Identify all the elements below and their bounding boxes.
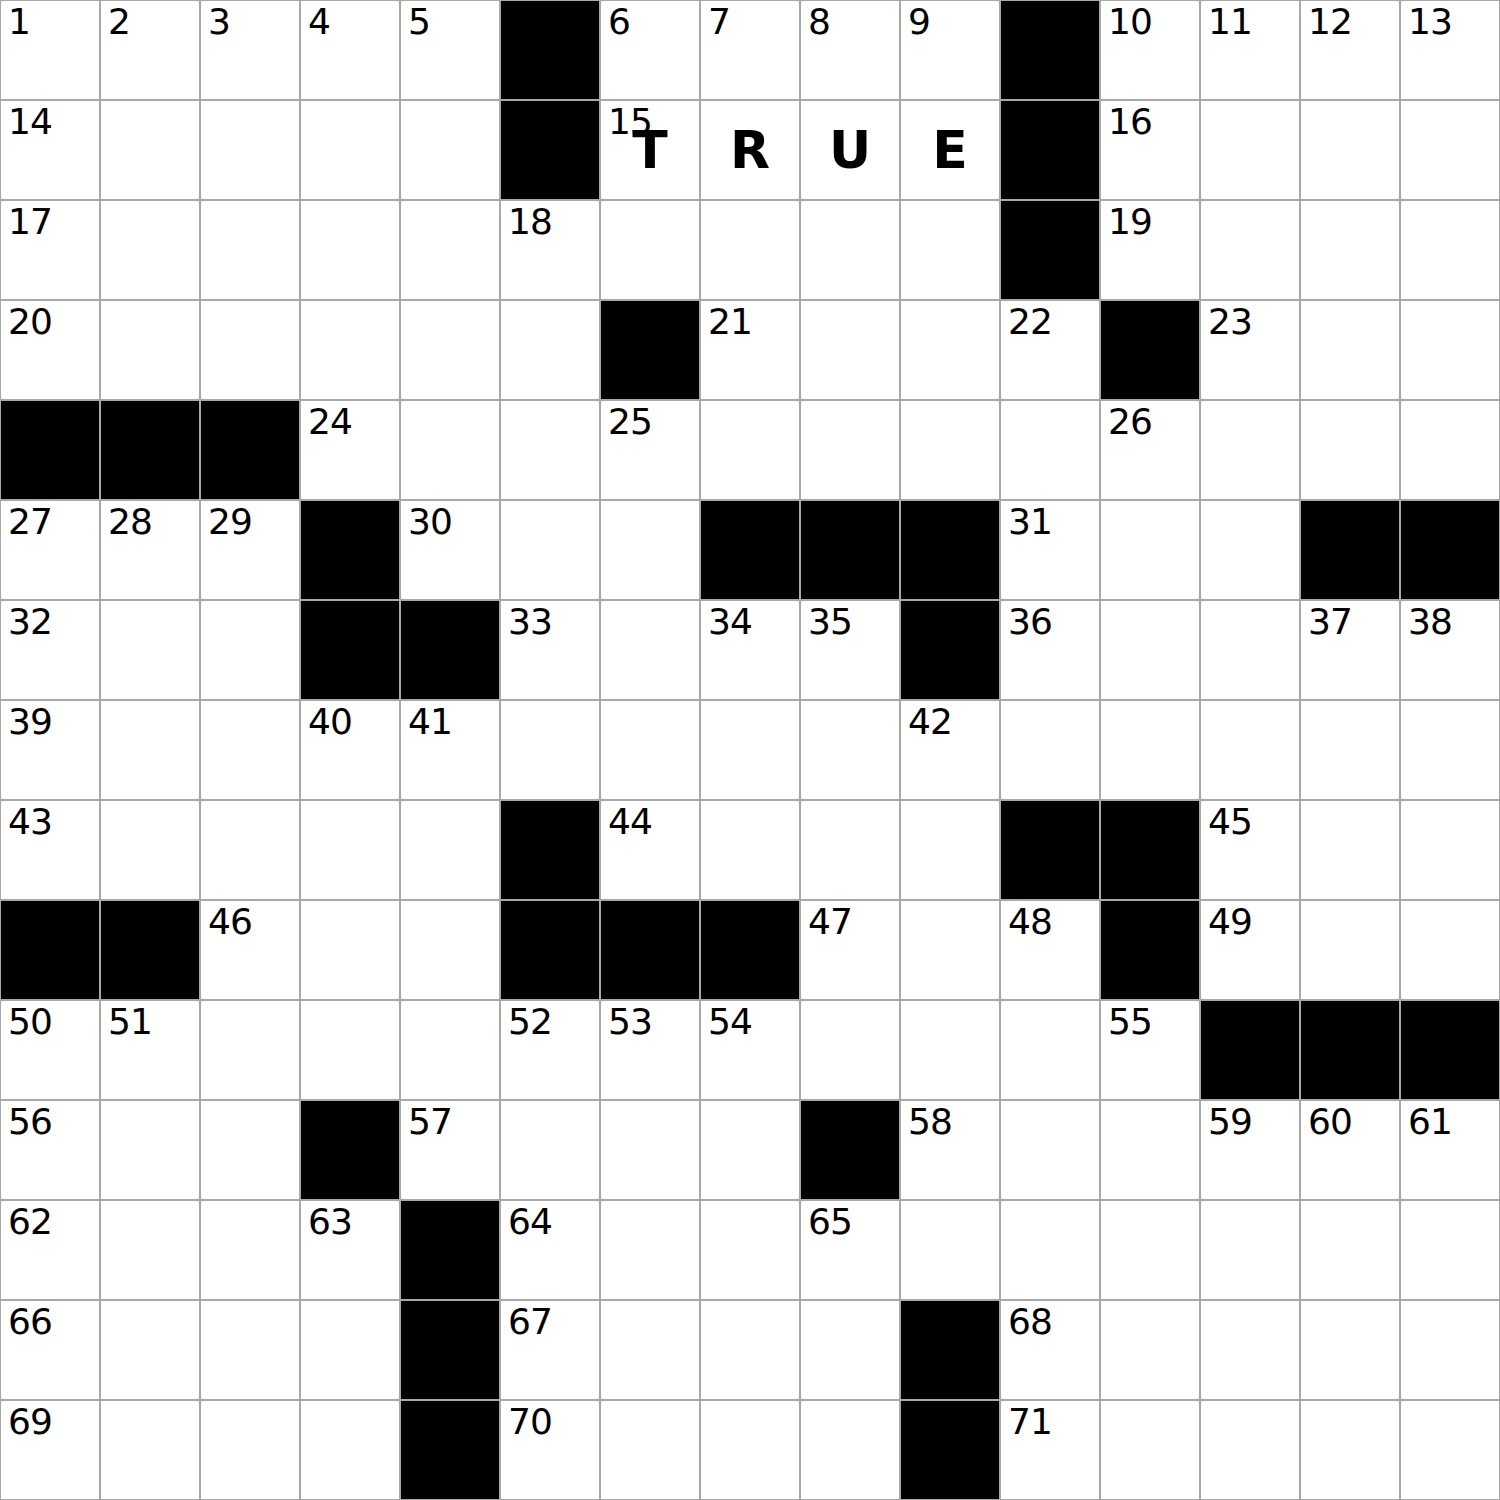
- black-cell-r9-c11: [1101, 901, 1199, 999]
- white-cell-r11-c13[interactable]: 60: [1301, 1101, 1399, 1199]
- black-cell-r5-c9: [901, 501, 999, 599]
- white-cell-r13-c0[interactable]: 66: [1, 1301, 99, 1399]
- cell-letter: U: [801, 101, 899, 199]
- white-cell-r9-c13[interactable]: [1301, 901, 1399, 999]
- black-cell-r9-c0: [1, 901, 99, 999]
- white-cell-r13-c1[interactable]: [101, 1301, 199, 1399]
- white-cell-r10-c8[interactable]: [801, 1001, 899, 1099]
- white-cell-r12-c6[interactable]: [601, 1201, 699, 1299]
- black-cell-r6-c4: [401, 601, 499, 699]
- white-cell-r6-c5[interactable]: 33: [501, 601, 599, 699]
- white-cell-r2-c9[interactable]: [901, 201, 999, 299]
- white-cell-r14-c6[interactable]: [601, 1401, 699, 1499]
- black-cell-r10-c13: [1301, 1001, 1399, 1099]
- white-cell-r12-c7[interactable]: [701, 1201, 799, 1299]
- black-cell-r14-c4: [401, 1401, 499, 1499]
- clue-number: 6: [608, 3, 630, 41]
- clue-number: 36: [1008, 603, 1052, 641]
- white-cell-r4-c14[interactable]: [1401, 401, 1499, 499]
- clue-number: 23: [1208, 303, 1252, 341]
- white-cell-r1-c4[interactable]: [401, 101, 499, 199]
- white-cell-r4-c7[interactable]: [701, 401, 799, 499]
- white-cell-r6-c2[interactable]: [201, 601, 299, 699]
- clue-number: 38: [1408, 603, 1452, 641]
- white-cell-r9-c8[interactable]: 47: [801, 901, 899, 999]
- clue-number: 48: [1008, 903, 1052, 941]
- white-cell-r0-c0[interactable]: 1: [1, 1, 99, 99]
- black-cell-r11-c3: [301, 1101, 399, 1199]
- clue-number: 41: [408, 703, 452, 741]
- clue-number: 30: [408, 503, 452, 541]
- black-cell-r9-c7: [701, 901, 799, 999]
- white-cell-r7-c8[interactable]: [801, 701, 899, 799]
- clue-number: 71: [1008, 1403, 1052, 1441]
- black-cell-r9-c6: [601, 901, 699, 999]
- white-cell-r8-c4[interactable]: [401, 801, 499, 899]
- white-cell-r10-c0[interactable]: 50: [1, 1001, 99, 1099]
- white-cell-r6-c1[interactable]: [101, 601, 199, 699]
- clue-number: 57: [408, 1103, 452, 1141]
- black-cell-r3-c6: [601, 301, 699, 399]
- white-cell-r3-c14[interactable]: [1401, 301, 1499, 399]
- white-cell-r14-c3[interactable]: [301, 1401, 399, 1499]
- white-cell-r12-c10[interactable]: [1001, 1201, 1099, 1299]
- clue-number: 21: [708, 303, 752, 341]
- white-cell-r14-c10[interactable]: 71: [1001, 1401, 1099, 1499]
- black-cell-r12-c4: [401, 1201, 499, 1299]
- white-cell-r4-c10[interactable]: [1001, 401, 1099, 499]
- white-cell-r8-c3[interactable]: [301, 801, 399, 899]
- white-cell-r13-c8[interactable]: [801, 1301, 899, 1399]
- white-cell-r3-c9[interactable]: [901, 301, 999, 399]
- clue-number: 19: [1108, 203, 1152, 241]
- white-cell-r7-c1[interactable]: [101, 701, 199, 799]
- white-cell-r10-c7[interactable]: 54: [701, 1001, 799, 1099]
- clue-number: 18: [508, 203, 552, 241]
- clue-number: 9: [908, 3, 930, 41]
- white-cell-r3-c10[interactable]: 22: [1001, 301, 1099, 399]
- black-cell-r9-c1: [101, 901, 199, 999]
- white-cell-r7-c4[interactable]: 41: [401, 701, 499, 799]
- white-cell-r13-c5[interactable]: 67: [501, 1301, 599, 1399]
- black-cell-r1-c10: [1001, 101, 1099, 199]
- white-cell-r3-c7[interactable]: 21: [701, 301, 799, 399]
- white-cell-r6-c12[interactable]: [1201, 601, 1299, 699]
- clue-number: 28: [108, 503, 152, 541]
- white-cell-r12-c11[interactable]: [1101, 1201, 1199, 1299]
- clue-number: 51: [108, 1003, 152, 1041]
- crossword-board: 123456789101112131415TRUE161718192021222…: [0, 0, 1500, 1500]
- white-cell-r9-c4[interactable]: [401, 901, 499, 999]
- white-cell-r13-c14[interactable]: [1401, 1301, 1499, 1399]
- white-cell-r5-c11[interactable]: [1101, 501, 1199, 599]
- black-cell-r4-c0: [1, 401, 99, 499]
- white-cell-r7-c7[interactable]: [701, 701, 799, 799]
- white-cell-r3-c2[interactable]: [201, 301, 299, 399]
- clue-number: 1: [8, 3, 30, 41]
- white-cell-r4-c5[interactable]: [501, 401, 599, 499]
- white-cell-r7-c6[interactable]: [601, 701, 699, 799]
- clue-number: 31: [1008, 503, 1052, 541]
- white-cell-r13-c11[interactable]: [1101, 1301, 1199, 1399]
- cell-letter: R: [701, 101, 799, 199]
- white-cell-r11-c14[interactable]: 61: [1401, 1101, 1499, 1199]
- clue-number: 70: [508, 1403, 552, 1441]
- white-cell-r2-c0[interactable]: 17: [1, 201, 99, 299]
- white-cell-r1-c8[interactable]: U: [801, 101, 899, 199]
- black-cell-r5-c14: [1401, 501, 1499, 599]
- white-cell-r1-c7[interactable]: R: [701, 101, 799, 199]
- white-cell-r9-c12[interactable]: 49: [1201, 901, 1299, 999]
- black-cell-r8-c5: [501, 801, 599, 899]
- clue-number: 40: [308, 703, 352, 741]
- white-cell-r6-c8[interactable]: 35: [801, 601, 899, 699]
- clue-number: 14: [8, 103, 52, 141]
- white-cell-r14-c2[interactable]: [201, 1401, 299, 1499]
- white-cell-r12-c0[interactable]: 62: [1, 1201, 99, 1299]
- black-cell-r5-c3: [301, 501, 399, 599]
- white-cell-r0-c11[interactable]: 10: [1101, 1, 1199, 99]
- white-cell-r14-c5[interactable]: 70: [501, 1401, 599, 1499]
- clue-number: 3: [208, 3, 230, 41]
- white-cell-r10-c9[interactable]: [901, 1001, 999, 1099]
- white-cell-r5-c1[interactable]: 28: [101, 501, 199, 599]
- white-cell-r2-c2[interactable]: [201, 201, 299, 299]
- clue-number: 26: [1108, 403, 1152, 441]
- clue-number: 12: [1308, 3, 1352, 41]
- clue-number: 63: [308, 1203, 352, 1241]
- white-cell-r12-c2[interactable]: [201, 1201, 299, 1299]
- clue-number: 5: [408, 3, 430, 41]
- clue-number: 49: [1208, 903, 1252, 941]
- white-cell-r13-c2[interactable]: [201, 1301, 299, 1399]
- white-cell-r4-c8[interactable]: [801, 401, 899, 499]
- white-cell-r11-c1[interactable]: [101, 1101, 199, 1199]
- white-cell-r7-c9[interactable]: 42: [901, 701, 999, 799]
- white-cell-r11-c2[interactable]: [201, 1101, 299, 1199]
- black-cell-r9-c5: [501, 901, 599, 999]
- white-cell-r11-c12[interactable]: 59: [1201, 1101, 1299, 1199]
- white-cell-r8-c7[interactable]: [701, 801, 799, 899]
- white-cell-r2-c4[interactable]: [401, 201, 499, 299]
- white-cell-r11-c11[interactable]: [1101, 1101, 1199, 1199]
- clue-number: 39: [8, 703, 52, 741]
- white-cell-r10-c3[interactable]: [301, 1001, 399, 1099]
- black-cell-r3-c11: [1101, 301, 1199, 399]
- clue-number: 10: [1108, 3, 1152, 41]
- white-cell-r2-c14[interactable]: [1401, 201, 1499, 299]
- white-cell-r0-c7[interactable]: 7: [701, 1, 799, 99]
- clue-number: 4: [308, 3, 330, 41]
- white-cell-r14-c8[interactable]: [801, 1401, 899, 1499]
- white-cell-r0-c6[interactable]: 6: [601, 1, 699, 99]
- clue-number: 64: [508, 1203, 552, 1241]
- clue-number: 68: [1008, 1303, 1052, 1341]
- white-cell-r5-c5[interactable]: [501, 501, 599, 599]
- black-cell-r5-c8: [801, 501, 899, 599]
- black-cell-r4-c1: [101, 401, 199, 499]
- white-cell-r7-c14[interactable]: [1401, 701, 1499, 799]
- white-cell-r9-c9[interactable]: [901, 901, 999, 999]
- white-cell-r14-c0[interactable]: 69: [1, 1401, 99, 1499]
- white-cell-r11-c9[interactable]: 58: [901, 1101, 999, 1199]
- black-cell-r4-c2: [201, 401, 299, 499]
- white-cell-r14-c13[interactable]: [1301, 1401, 1399, 1499]
- black-cell-r10-c14: [1401, 1001, 1499, 1099]
- white-cell-r1-c0[interactable]: 14: [1, 101, 99, 199]
- clue-number: 25: [608, 403, 652, 441]
- clue-number: 67: [508, 1303, 552, 1341]
- clue-number: 29: [208, 503, 252, 541]
- white-cell-r3-c1[interactable]: [101, 301, 199, 399]
- white-cell-r1-c2[interactable]: [201, 101, 299, 199]
- white-cell-r7-c5[interactable]: [501, 701, 599, 799]
- white-cell-r13-c10[interactable]: 68: [1001, 1301, 1099, 1399]
- black-cell-r11-c8: [801, 1101, 899, 1199]
- white-cell-r3-c5[interactable]: [501, 301, 599, 399]
- clue-number: 22: [1008, 303, 1052, 341]
- clue-number: 60: [1308, 1103, 1352, 1141]
- white-cell-r10-c4[interactable]: [401, 1001, 499, 1099]
- clue-number: 2: [108, 3, 130, 41]
- white-cell-r2-c3[interactable]: [301, 201, 399, 299]
- white-cell-r14-c11[interactable]: [1101, 1401, 1199, 1499]
- clue-number: 56: [8, 1103, 52, 1141]
- white-cell-r12-c13[interactable]: [1301, 1201, 1399, 1299]
- white-cell-r9-c14[interactable]: [1401, 901, 1499, 999]
- white-cell-r13-c7[interactable]: [701, 1301, 799, 1399]
- white-cell-r14-c14[interactable]: [1401, 1401, 1499, 1499]
- clue-number: 52: [508, 1003, 552, 1041]
- clue-number: 53: [608, 1003, 652, 1041]
- white-cell-r4-c9[interactable]: [901, 401, 999, 499]
- black-cell-r14-c9: [901, 1401, 999, 1499]
- white-cell-r13-c6[interactable]: [601, 1301, 699, 1399]
- white-cell-r5-c4[interactable]: 30: [401, 501, 499, 599]
- clue-number: 55: [1108, 1003, 1152, 1041]
- white-cell-r2-c7[interactable]: [701, 201, 799, 299]
- white-cell-r14-c7[interactable]: [701, 1401, 799, 1499]
- clue-number: 27: [8, 503, 52, 541]
- white-cell-r8-c13[interactable]: [1301, 801, 1399, 899]
- white-cell-r10-c11[interactable]: 55: [1101, 1001, 1199, 1099]
- clue-number: 62: [8, 1203, 52, 1241]
- clue-number: 46: [208, 903, 252, 941]
- white-cell-r8-c1[interactable]: [101, 801, 199, 899]
- white-cell-r2-c1[interactable]: [101, 201, 199, 299]
- clue-number: 66: [8, 1303, 52, 1341]
- white-cell-r8-c14[interactable]: [1401, 801, 1499, 899]
- clue-number: 24: [308, 403, 352, 441]
- clue-number: 13: [1408, 3, 1452, 41]
- clue-number: 59: [1208, 1103, 1252, 1141]
- white-cell-r12-c5[interactable]: 64: [501, 1201, 599, 1299]
- white-cell-r0-c4[interactable]: 5: [401, 1, 499, 99]
- white-cell-r0-c3[interactable]: 4: [301, 1, 399, 99]
- black-cell-r13-c9: [901, 1301, 999, 1399]
- white-cell-r14-c12[interactable]: [1201, 1401, 1299, 1499]
- clue-number: 16: [1108, 103, 1152, 141]
- white-cell-r7-c10[interactable]: [1001, 701, 1099, 799]
- white-cell-r0-c12[interactable]: 11: [1201, 1, 1299, 99]
- white-cell-r11-c4[interactable]: 57: [401, 1101, 499, 1199]
- white-cell-r0-c14[interactable]: 13: [1401, 1, 1499, 99]
- clue-number: 32: [8, 603, 52, 641]
- white-cell-r8-c9[interactable]: [901, 801, 999, 899]
- white-cell-r11-c5[interactable]: [501, 1101, 599, 1199]
- white-cell-r2-c8[interactable]: [801, 201, 899, 299]
- white-cell-r2-c12[interactable]: [1201, 201, 1299, 299]
- clue-number: 11: [1208, 3, 1252, 41]
- white-cell-r3-c8[interactable]: [801, 301, 899, 399]
- clue-number: 69: [8, 1403, 52, 1441]
- white-cell-r7-c3[interactable]: 40: [301, 701, 399, 799]
- black-cell-r13-c4: [401, 1301, 499, 1399]
- white-cell-r4-c6[interactable]: 25: [601, 401, 699, 499]
- clue-number: 54: [708, 1003, 752, 1041]
- white-cell-r5-c12[interactable]: [1201, 501, 1299, 599]
- white-cell-r3-c0[interactable]: 20: [1, 301, 99, 399]
- white-cell-r6-c7[interactable]: 34: [701, 601, 799, 699]
- clue-number: 17: [8, 203, 52, 241]
- white-cell-r1-c1[interactable]: [101, 101, 199, 199]
- white-cell-r3-c3[interactable]: [301, 301, 399, 399]
- white-cell-r6-c6[interactable]: [601, 601, 699, 699]
- black-cell-r0-c10: [1001, 1, 1099, 99]
- white-cell-r14-c1[interactable]: [101, 1401, 199, 1499]
- cell-letter: E: [901, 101, 999, 199]
- white-cell-r7-c2[interactable]: [201, 701, 299, 799]
- white-cell-r6-c11[interactable]: [1101, 601, 1199, 699]
- white-cell-r4-c11[interactable]: 26: [1101, 401, 1199, 499]
- white-cell-r10-c6[interactable]: 53: [601, 1001, 699, 1099]
- white-cell-r9-c3[interactable]: [301, 901, 399, 999]
- black-cell-r5-c13: [1301, 501, 1399, 599]
- white-cell-r8-c12[interactable]: 45: [1201, 801, 1299, 899]
- white-cell-r4-c13[interactable]: [1301, 401, 1399, 499]
- white-cell-r1-c6[interactable]: 15T: [601, 101, 699, 199]
- white-cell-r1-c14[interactable]: [1401, 101, 1499, 199]
- white-cell-r7-c12[interactable]: [1201, 701, 1299, 799]
- clue-number: 61: [1408, 1103, 1452, 1141]
- white-cell-r5-c0[interactable]: 27: [1, 501, 99, 599]
- white-cell-r13-c13[interactable]: [1301, 1301, 1399, 1399]
- white-cell-r0-c1[interactable]: 2: [101, 1, 199, 99]
- black-cell-r6-c9: [901, 601, 999, 699]
- white-cell-r13-c3[interactable]: [301, 1301, 399, 1399]
- black-cell-r8-c10: [1001, 801, 1099, 899]
- white-cell-r6-c14[interactable]: 38: [1401, 601, 1499, 699]
- black-cell-r8-c11: [1101, 801, 1199, 899]
- white-cell-r11-c7[interactable]: [701, 1101, 799, 1199]
- white-cell-r2-c11[interactable]: 19: [1101, 201, 1199, 299]
- white-cell-r2-c5[interactable]: 18: [501, 201, 599, 299]
- clue-number: 33: [508, 603, 552, 641]
- clue-number: 43: [8, 803, 52, 841]
- clue-number: 8: [808, 3, 830, 41]
- white-cell-r12-c8[interactable]: 65: [801, 1201, 899, 1299]
- white-cell-r10-c1[interactable]: 51: [101, 1001, 199, 1099]
- cell-letter: T: [601, 101, 699, 199]
- white-cell-r5-c10[interactable]: 31: [1001, 501, 1099, 599]
- white-cell-r8-c6[interactable]: 44: [601, 801, 699, 899]
- white-cell-r5-c6[interactable]: [601, 501, 699, 599]
- white-cell-r3-c13[interactable]: [1301, 301, 1399, 399]
- black-cell-r10-c12: [1201, 1001, 1299, 1099]
- clue-number: 45: [1208, 803, 1252, 841]
- white-cell-r8-c2[interactable]: [201, 801, 299, 899]
- white-cell-r4-c4[interactable]: [401, 401, 499, 499]
- white-cell-r4-c3[interactable]: 24: [301, 401, 399, 499]
- black-cell-r6-c3: [301, 601, 399, 699]
- white-cell-r8-c8[interactable]: [801, 801, 899, 899]
- white-cell-r7-c0[interactable]: 39: [1, 701, 99, 799]
- black-cell-r2-c10: [1001, 201, 1099, 299]
- white-cell-r12-c1[interactable]: [101, 1201, 199, 1299]
- white-cell-r9-c2[interactable]: 46: [201, 901, 299, 999]
- white-cell-r9-c10[interactable]: 48: [1001, 901, 1099, 999]
- white-cell-r3-c4[interactable]: [401, 301, 499, 399]
- clue-number: 65: [808, 1203, 852, 1241]
- white-cell-r1-c12[interactable]: [1201, 101, 1299, 199]
- clue-number: 44: [608, 803, 652, 841]
- clue-number: 42: [908, 703, 952, 741]
- white-cell-r12-c9[interactable]: [901, 1201, 999, 1299]
- white-cell-r7-c13[interactable]: [1301, 701, 1399, 799]
- white-cell-r2-c6[interactable]: [601, 201, 699, 299]
- white-cell-r3-c12[interactable]: 23: [1201, 301, 1299, 399]
- white-cell-r4-c12[interactable]: [1201, 401, 1299, 499]
- black-cell-r1-c5: [501, 101, 599, 199]
- white-cell-r1-c3[interactable]: [301, 101, 399, 199]
- white-cell-r0-c8[interactable]: 8: [801, 1, 899, 99]
- white-cell-r10-c5[interactable]: 52: [501, 1001, 599, 1099]
- clue-number: 37: [1308, 603, 1352, 641]
- clue-number: 58: [908, 1103, 952, 1141]
- clue-number: 20: [8, 303, 52, 341]
- white-cell-r2-c13[interactable]: [1301, 201, 1399, 299]
- white-cell-r6-c13[interactable]: 37: [1301, 601, 1399, 699]
- white-cell-r0-c9[interactable]: 9: [901, 1, 999, 99]
- clue-number: 7: [708, 3, 730, 41]
- white-cell-r11-c0[interactable]: 56: [1, 1101, 99, 1199]
- white-cell-r0-c2[interactable]: 3: [201, 1, 299, 99]
- clue-number: 34: [708, 603, 752, 641]
- white-cell-r13-c12[interactable]: [1201, 1301, 1299, 1399]
- white-cell-r10-c10[interactable]: [1001, 1001, 1099, 1099]
- white-cell-r0-c13[interactable]: 12: [1301, 1, 1399, 99]
- white-cell-r1-c9[interactable]: E: [901, 101, 999, 199]
- white-cell-r1-c11[interactable]: 16: [1101, 101, 1199, 199]
- white-cell-r5-c2[interactable]: 29: [201, 501, 299, 599]
- white-cell-r11-c10[interactable]: [1001, 1101, 1099, 1199]
- white-cell-r6-c0[interactable]: 32: [1, 601, 99, 699]
- white-cell-r7-c11[interactable]: [1101, 701, 1199, 799]
- clue-number: 47: [808, 903, 852, 941]
- white-cell-r8-c0[interactable]: 43: [1, 801, 99, 899]
- white-cell-r12-c14[interactable]: [1401, 1201, 1499, 1299]
- clue-number: 35: [808, 603, 852, 641]
- white-cell-r12-c12[interactable]: [1201, 1201, 1299, 1299]
- white-cell-r6-c10[interactable]: 36: [1001, 601, 1099, 699]
- black-cell-r5-c7: [701, 501, 799, 599]
- white-cell-r10-c2[interactable]: [201, 1001, 299, 1099]
- white-cell-r1-c13[interactable]: [1301, 101, 1399, 199]
- clue-number: 50: [8, 1003, 52, 1041]
- black-cell-r0-c5: [501, 1, 599, 99]
- white-cell-r12-c3[interactable]: 63: [301, 1201, 399, 1299]
- white-cell-r11-c6[interactable]: [601, 1101, 699, 1199]
